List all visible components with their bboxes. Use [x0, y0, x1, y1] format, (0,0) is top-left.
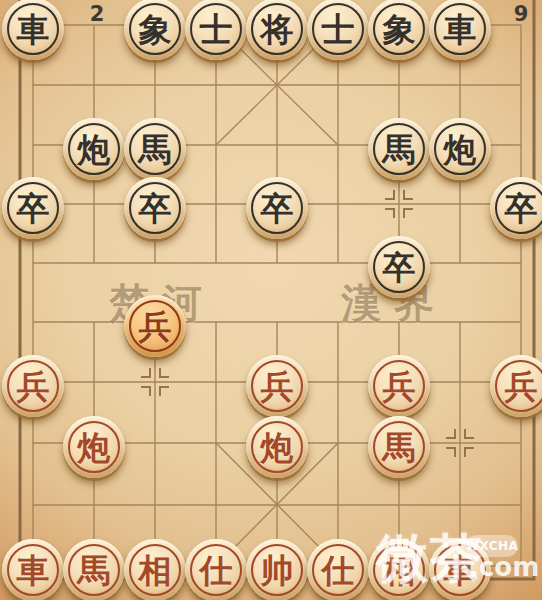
piece-red-cannon[interactable]: 炮	[246, 416, 308, 478]
piece-black-soldier[interactable]: 卒	[2, 177, 64, 239]
piece-red-soldier[interactable]: 兵	[2, 355, 64, 417]
piece-black-soldier[interactable]: 卒	[246, 177, 308, 239]
piece-character: 仕	[312, 544, 364, 596]
piece-black-advisor[interactable]: 士	[307, 0, 369, 60]
file-label-9: 9	[514, 2, 529, 26]
board-grid-lines	[0, 0, 542, 600]
piece-red-rook[interactable]: 車	[2, 539, 64, 600]
piece-character: 車	[7, 544, 59, 596]
piece-black-cannon[interactable]: 炮	[429, 118, 491, 180]
file-label-2: 2	[90, 2, 105, 26]
piece-character: 炮	[434, 123, 486, 175]
piece-character: 将	[251, 3, 303, 55]
piece-red-advisor[interactable]: 仕	[185, 539, 247, 600]
piece-character: 兵	[373, 360, 425, 412]
piece-red-general[interactable]: 帅	[246, 539, 308, 600]
piece-character: 象	[373, 3, 425, 55]
piece-character: 帅	[251, 544, 303, 596]
piece-character: 兵	[495, 360, 542, 412]
piece-character: 卒	[129, 182, 181, 234]
piece-character: 車	[434, 3, 486, 55]
piece-character: 馬	[68, 544, 120, 596]
piece-red-advisor[interactable]: 仕	[307, 539, 369, 600]
piece-red-knight[interactable]: 馬	[368, 416, 430, 478]
piece-black-rook[interactable]: 車	[2, 0, 64, 60]
piece-red-soldier[interactable]: 兵	[124, 295, 186, 357]
piece-character: 卒	[495, 182, 542, 234]
piece-black-advisor[interactable]: 士	[185, 0, 247, 60]
piece-character: 卒	[7, 182, 59, 234]
piece-black-cannon[interactable]: 炮	[63, 118, 125, 180]
piece-red-soldier[interactable]: 兵	[246, 355, 308, 417]
watermark-domain: .com	[469, 552, 539, 582]
piece-character: 卒	[373, 241, 425, 293]
piece-red-soldier[interactable]: 兵	[368, 355, 430, 417]
piece-character: 車	[7, 3, 59, 55]
piece-character: 炮	[68, 421, 120, 473]
watermark-brand: 微茶	[376, 524, 484, 594]
piece-black-soldier[interactable]: 卒	[368, 236, 430, 298]
piece-character: 炮	[68, 123, 120, 175]
piece-character: 馬	[373, 421, 425, 473]
piece-black-knight[interactable]: 馬	[368, 118, 430, 180]
piece-character: 兵	[251, 360, 303, 412]
piece-character: 士	[190, 3, 242, 55]
piece-character: 士	[312, 3, 364, 55]
piece-black-elephant[interactable]: 象	[368, 0, 430, 60]
piece-character: 炮	[251, 421, 303, 473]
piece-character: 兵	[129, 300, 181, 352]
piece-character: 馬	[129, 123, 181, 175]
xiangqi-board[interactable]: 楚河 漢界 2 9 車象士将士象車炮馬馬炮卒卒卒卒卒兵兵兵兵兵炮炮馬車馬相仕帅仕…	[0, 0, 542, 600]
piece-character: 馬	[373, 123, 425, 175]
piece-black-soldier[interactable]: 卒	[124, 177, 186, 239]
piece-black-elephant[interactable]: 象	[124, 0, 186, 60]
piece-character: 象	[129, 3, 181, 55]
piece-black-general[interactable]: 将	[246, 0, 308, 60]
piece-red-cannon[interactable]: 炮	[63, 416, 125, 478]
piece-character: 仕	[190, 544, 242, 596]
piece-red-knight[interactable]: 馬	[63, 539, 125, 600]
piece-red-elephant[interactable]: 相	[124, 539, 186, 600]
piece-black-knight[interactable]: 馬	[124, 118, 186, 180]
piece-character: 兵	[7, 360, 59, 412]
piece-character: 相	[129, 544, 181, 596]
piece-character: 卒	[251, 182, 303, 234]
piece-black-rook[interactable]: 車	[429, 0, 491, 60]
